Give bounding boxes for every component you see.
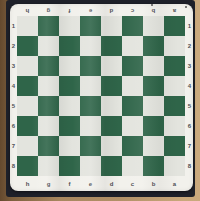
- coordinate-label-4: 4: [186, 76, 193, 96]
- square-a2[interactable]: [164, 36, 185, 56]
- square-d3[interactable]: [101, 56, 122, 76]
- chess-board-grid: [17, 16, 185, 176]
- coordinate-label-1: 1: [186, 16, 193, 36]
- square-a6[interactable]: [164, 116, 185, 136]
- square-f7[interactable]: [59, 136, 80, 156]
- coordinate-label-a: a: [164, 178, 185, 190]
- coordinate-label-b: b: [143, 6, 164, 16]
- square-g8[interactable]: [38, 156, 59, 176]
- square-g6[interactable]: [38, 116, 59, 136]
- square-d7[interactable]: [101, 136, 122, 156]
- square-b6[interactable]: [143, 116, 164, 136]
- square-a7[interactable]: [164, 136, 185, 156]
- square-e7[interactable]: [80, 136, 101, 156]
- square-f3[interactable]: [59, 56, 80, 76]
- coordinate-label-5: 5: [186, 96, 193, 116]
- square-e4[interactable]: [80, 76, 101, 96]
- coordinate-label-8: 8: [10, 156, 17, 176]
- square-h5[interactable]: [17, 96, 38, 116]
- coordinate-label-3: 3: [10, 56, 17, 76]
- square-d2[interactable]: [101, 36, 122, 56]
- square-d4[interactable]: [101, 76, 122, 96]
- square-b1[interactable]: [143, 16, 164, 36]
- file-labels-top: hgfedcba: [17, 6, 185, 16]
- square-f5[interactable]: [59, 96, 80, 116]
- coordinate-label-d: d: [101, 178, 122, 190]
- square-c6[interactable]: [122, 116, 143, 136]
- square-h6[interactable]: [17, 116, 38, 136]
- coordinate-label-e: e: [80, 178, 101, 190]
- square-g5[interactable]: [38, 96, 59, 116]
- square-c3[interactable]: [122, 56, 143, 76]
- square-g1[interactable]: [38, 16, 59, 36]
- coordinate-label-h: h: [17, 178, 38, 190]
- coordinate-label-7: 7: [10, 136, 17, 156]
- coordinate-label-a: a: [164, 6, 185, 16]
- square-d8[interactable]: [101, 156, 122, 176]
- square-a5[interactable]: [164, 96, 185, 116]
- square-a8[interactable]: [164, 156, 185, 176]
- photo-scene: hgfedcba hgfedcba 12345678 12345678: [0, 0, 200, 201]
- coordinate-label-5: 5: [10, 96, 17, 116]
- square-e6[interactable]: [80, 116, 101, 136]
- square-f8[interactable]: [59, 156, 80, 176]
- square-b2[interactable]: [143, 36, 164, 56]
- square-d5[interactable]: [101, 96, 122, 116]
- square-c2[interactable]: [122, 36, 143, 56]
- coordinate-label-4: 4: [10, 76, 17, 96]
- square-h4[interactable]: [17, 76, 38, 96]
- square-g4[interactable]: [38, 76, 59, 96]
- coordinate-label-c: c: [122, 6, 143, 16]
- coordinate-label-h: h: [17, 6, 38, 16]
- square-h8[interactable]: [17, 156, 38, 176]
- coordinate-label-g: g: [38, 178, 59, 190]
- square-e8[interactable]: [80, 156, 101, 176]
- coordinate-label-f: f: [59, 178, 80, 190]
- square-e1[interactable]: [80, 16, 101, 36]
- board-speck: [185, 6, 187, 8]
- coordinate-label-1: 1: [10, 16, 17, 36]
- coordinate-label-e: e: [80, 6, 101, 16]
- coordinate-label-6: 6: [10, 116, 17, 136]
- rank-labels-left: 12345678: [10, 16, 17, 176]
- square-f4[interactable]: [59, 76, 80, 96]
- square-h3[interactable]: [17, 56, 38, 76]
- board-speck: [151, 4, 153, 6]
- square-b8[interactable]: [143, 156, 164, 176]
- coordinate-label-2: 2: [186, 36, 193, 56]
- square-d1[interactable]: [101, 16, 122, 36]
- square-b5[interactable]: [143, 96, 164, 116]
- square-d6[interactable]: [101, 116, 122, 136]
- square-a4[interactable]: [164, 76, 185, 96]
- square-c4[interactable]: [122, 76, 143, 96]
- coordinate-label-3: 3: [186, 56, 193, 76]
- square-g2[interactable]: [38, 36, 59, 56]
- square-b3[interactable]: [143, 56, 164, 76]
- rank-labels-right: 12345678: [186, 16, 193, 176]
- square-h7[interactable]: [17, 136, 38, 156]
- square-h2[interactable]: [17, 36, 38, 56]
- square-b4[interactable]: [143, 76, 164, 96]
- square-g3[interactable]: [38, 56, 59, 76]
- coordinate-label-f: f: [59, 6, 80, 16]
- file-labels-bottom: hgfedcba: [17, 178, 185, 190]
- square-f6[interactable]: [59, 116, 80, 136]
- square-h1[interactable]: [17, 16, 38, 36]
- square-b7[interactable]: [143, 136, 164, 156]
- square-c1[interactable]: [122, 16, 143, 36]
- square-c7[interactable]: [122, 136, 143, 156]
- coordinate-label-8: 8: [186, 156, 193, 176]
- coordinate-label-6: 6: [186, 116, 193, 136]
- square-a1[interactable]: [164, 16, 185, 36]
- coordinate-label-g: g: [38, 6, 59, 16]
- coordinate-label-7: 7: [186, 136, 193, 156]
- square-a3[interactable]: [164, 56, 185, 76]
- coordinate-label-c: c: [122, 178, 143, 190]
- square-c8[interactable]: [122, 156, 143, 176]
- square-e2[interactable]: [80, 36, 101, 56]
- coordinate-label-b: b: [143, 178, 164, 190]
- square-g7[interactable]: [38, 136, 59, 156]
- square-e3[interactable]: [80, 56, 101, 76]
- coordinate-label-2: 2: [10, 36, 17, 56]
- square-f2[interactable]: [59, 36, 80, 56]
- square-f1[interactable]: [59, 16, 80, 36]
- coordinate-label-d: d: [101, 6, 122, 16]
- square-e5[interactable]: [80, 96, 101, 116]
- square-c5[interactable]: [122, 96, 143, 116]
- vinyl-chessboard: hgfedcba hgfedcba 12345678 12345678: [10, 4, 193, 191]
